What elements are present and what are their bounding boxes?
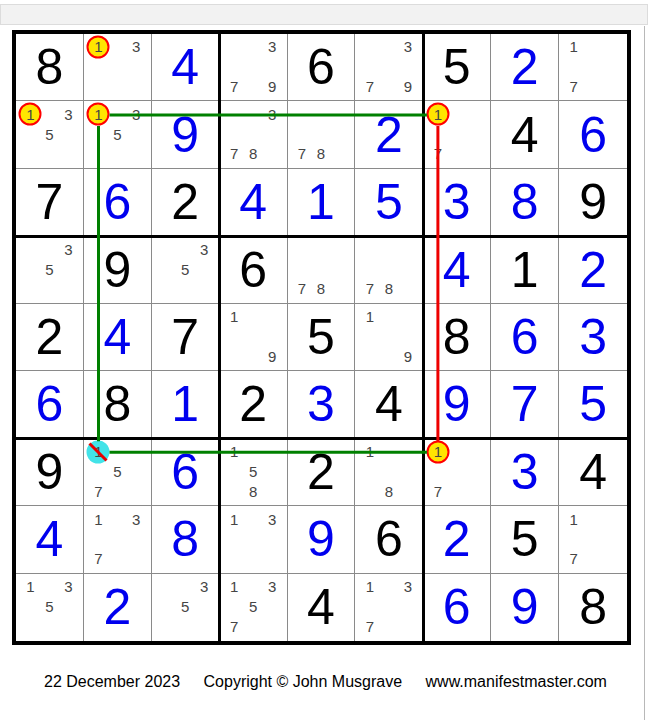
- candidate-slot: [40, 577, 59, 597]
- cell-r9c9[interactable]: 8: [559, 574, 627, 641]
- cell-r6c2[interactable]: 8: [84, 371, 152, 438]
- candidate-slot: [59, 597, 78, 617]
- candidate-digit: 3: [404, 578, 412, 595]
- candidate-slot: [225, 597, 244, 617]
- candidate-slot: [21, 124, 40, 144]
- solved-digit: 9: [171, 110, 199, 160]
- cell-r7c8[interactable]: 3: [491, 439, 559, 506]
- cell-r1c8[interactable]: 2: [491, 34, 559, 101]
- given-digit: 4: [579, 447, 607, 497]
- candidate-slot: 7: [428, 481, 447, 501]
- candidate-slot: 3: [263, 37, 282, 57]
- footer: 22 December 2023 Copyright © John Musgra…: [44, 673, 626, 691]
- candidate-slot: [447, 144, 466, 164]
- candidate-slot: [583, 77, 602, 97]
- candidate-slot: [225, 461, 244, 481]
- cell-r5c6[interactable]: 19: [355, 304, 423, 371]
- candidate-grid: 19: [355, 304, 422, 370]
- candidate-slot: [263, 481, 282, 501]
- candidate-slot: [398, 327, 417, 347]
- solved-digit: 6: [579, 110, 607, 160]
- cell-r9c6[interactable]: 137: [355, 574, 423, 641]
- cell-r3c3[interactable]: 2: [152, 169, 220, 236]
- candidate-slot: [225, 57, 244, 77]
- solved-digit: 5: [579, 379, 607, 429]
- solved-digit: 7: [511, 379, 539, 429]
- candidate-slot: 8: [312, 144, 331, 164]
- candidate-slot: 9: [398, 77, 417, 97]
- cell-r4c1[interactable]: 35: [16, 236, 84, 303]
- cell-r7c1[interactable]: 9: [16, 439, 84, 506]
- cell-r4c7[interactable]: 4: [423, 236, 491, 303]
- candidate-slot: [157, 259, 176, 279]
- cell-r1c7[interactable]: 5: [423, 34, 491, 101]
- candidate-slot: [379, 597, 398, 617]
- candidate-slot: 7: [225, 77, 244, 97]
- candidate-digit: 1: [94, 38, 102, 55]
- candidate-slot: [603, 549, 622, 569]
- cell-r5c3[interactable]: 7: [152, 304, 220, 371]
- candidate-slot: [244, 509, 263, 529]
- candidate-slot: [398, 57, 417, 77]
- candidate-slot: [244, 37, 263, 57]
- cell-r5c7[interactable]: 8: [423, 304, 491, 371]
- cell-r4c6[interactable]: 78: [355, 236, 423, 303]
- candidate-slot: [398, 279, 417, 299]
- cell-r8c5[interactable]: 9: [288, 506, 356, 573]
- solved-digit: 2: [579, 245, 607, 295]
- candidate-slot: 3: [127, 37, 146, 57]
- cell-r6c8[interactable]: 7: [491, 371, 559, 438]
- cell-r9c4[interactable]: 1357: [220, 574, 288, 641]
- candidate-slot: [466, 124, 485, 144]
- candidate-grid: 78: [355, 236, 422, 302]
- candidate-digit: 7: [230, 618, 238, 635]
- candidate-digit: 5: [181, 261, 189, 278]
- solved-digit: 9: [443, 379, 471, 429]
- candidate-slot: [176, 279, 195, 299]
- candidate-slot: [89, 144, 108, 164]
- given-digit: 7: [171, 312, 199, 362]
- candidate-slot: [108, 481, 127, 501]
- candidate-slot: [263, 529, 282, 549]
- cell-r2c3[interactable]: 9: [152, 101, 220, 168]
- candidate-slot: [379, 617, 398, 637]
- candidate-slot: [360, 37, 379, 57]
- cell-r1c4[interactable]: 379: [220, 34, 288, 101]
- candidate-slot: [379, 57, 398, 77]
- given-digit: 8: [103, 379, 131, 429]
- candidate-slot: [157, 617, 176, 637]
- cell-r6c6[interactable]: 4: [355, 371, 423, 438]
- candidate-digit: 3: [404, 38, 412, 55]
- given-digit: 2: [239, 379, 267, 429]
- cell-r2c1[interactable]: 135: [16, 101, 84, 168]
- solved-digit: 4: [171, 42, 199, 92]
- candidate-grid: 1357: [220, 574, 287, 641]
- candidate-slot: 7: [564, 77, 583, 97]
- candidate-slot: [360, 57, 379, 77]
- candidate-slot: [263, 442, 282, 462]
- candidate-slot: [127, 144, 146, 164]
- candidate-slot: [59, 279, 78, 299]
- cell-r2c6[interactable]: 2: [355, 101, 423, 168]
- candidate-slot: [263, 549, 282, 569]
- cell-r6c7[interactable]: 9: [423, 371, 491, 438]
- candidate-digit: 3: [200, 578, 208, 595]
- candidate-slot: 8: [244, 144, 263, 164]
- candidate-slot: [379, 577, 398, 597]
- candidate-slot: [360, 327, 379, 347]
- footer-date: 22 December 2023: [44, 673, 180, 690]
- candidate-grid: 17: [559, 506, 627, 572]
- candidate-slot: [89, 529, 108, 549]
- candidate-grid: 78: [288, 101, 355, 167]
- candidate-slot: [398, 442, 417, 462]
- candidate-slot: 3: [195, 577, 214, 597]
- cell-r1c6[interactable]: 379: [355, 34, 423, 101]
- candidate-slot: 3: [263, 104, 282, 124]
- candidate-slot: [603, 529, 622, 549]
- candidate-slot: [293, 124, 312, 144]
- candidate-slot: 3: [398, 577, 417, 597]
- candidate-slot: 1: [21, 577, 40, 597]
- candidate-digit: 1: [366, 578, 374, 595]
- candidate-slot: [40, 279, 59, 299]
- candidate-slot: [583, 57, 602, 77]
- candidate-slot: 1: [564, 37, 583, 57]
- candidate-slot: [108, 57, 127, 77]
- candidate-slot: [379, 461, 398, 481]
- candidate-slot: [225, 37, 244, 57]
- candidate-slot: 8: [379, 481, 398, 501]
- cell-r5c9[interactable]: 3: [559, 304, 627, 371]
- given-digit: 9: [36, 447, 64, 497]
- cell-r2c2[interactable]: 135: [84, 101, 152, 168]
- candidate-slot: [157, 239, 176, 259]
- candidate-digit: 8: [385, 280, 393, 297]
- candidate-grid: 18: [355, 439, 422, 505]
- sudoku-grid[interactable]: 8134379637952171351359378782174676241538…: [12, 30, 631, 645]
- cell-r8c4[interactable]: 13: [220, 506, 288, 573]
- candidate-slot: [21, 259, 40, 279]
- candidate-grid: 17: [423, 101, 490, 167]
- cell-r6c3[interactable]: 1: [152, 371, 220, 438]
- candidate-digit: 5: [249, 463, 257, 480]
- solved-digit: 6: [36, 379, 64, 429]
- cell-r7c6[interactable]: 18: [355, 439, 423, 506]
- candidate-slot: [330, 144, 349, 164]
- cell-r3c9[interactable]: 9: [559, 169, 627, 236]
- candidate-slot: 5: [40, 259, 59, 279]
- candidate-slot: [40, 144, 59, 164]
- candidate-slot: [108, 442, 127, 462]
- cell-r1c5[interactable]: 6: [288, 34, 356, 101]
- candidate-slot: [379, 327, 398, 347]
- candidate-slot: 3: [59, 239, 78, 259]
- candidate-slot: [583, 529, 602, 549]
- candidate-digit: 7: [434, 483, 442, 500]
- candidate-slot: 8: [312, 279, 331, 299]
- cell-r6c4[interactable]: 2: [220, 371, 288, 438]
- cell-r2c8[interactable]: 4: [491, 101, 559, 168]
- candidate-slot: [583, 549, 602, 569]
- candidate-grid: 158: [220, 439, 287, 505]
- candidate-slot: [195, 617, 214, 637]
- cell-r4c3[interactable]: 35: [152, 236, 220, 303]
- candidate-slot: 1: [89, 37, 108, 57]
- solved-digit: 2: [443, 514, 471, 564]
- cell-r8c2[interactable]: 137: [84, 506, 152, 573]
- candidate-slot: [244, 577, 263, 597]
- candidate-digit: 8: [317, 280, 325, 297]
- cell-r5c1[interactable]: 2: [16, 304, 84, 371]
- candidate-slot: [360, 481, 379, 501]
- cell-r2c9[interactable]: 6: [559, 101, 627, 168]
- candidate-digit: 8: [249, 145, 257, 162]
- cell-r4c4[interactable]: 6: [220, 236, 288, 303]
- candidate-grid: 78: [288, 236, 355, 302]
- candidate-digit: 9: [268, 348, 276, 365]
- candidate-slot: 9: [263, 346, 282, 366]
- solved-digit: 3: [579, 312, 607, 362]
- solved-digit: 2: [375, 110, 403, 160]
- cell-r7c3[interactable]: 6: [152, 439, 220, 506]
- candidate-slot: [398, 481, 417, 501]
- cell-r3c2[interactable]: 6: [84, 169, 152, 236]
- candidate-digit: 3: [268, 511, 276, 528]
- candidate-slot: [263, 461, 282, 481]
- cell-r6c5[interactable]: 3: [288, 371, 356, 438]
- candidate-slot: 3: [59, 104, 78, 124]
- candidate-slot: 5: [244, 461, 263, 481]
- cell-r1c9[interactable]: 17: [559, 34, 627, 101]
- cell-r8c9[interactable]: 17: [559, 506, 627, 573]
- cell-r8c1[interactable]: 4: [16, 506, 84, 573]
- candidate-digit: 3: [132, 106, 140, 123]
- candidate-digit: 3: [64, 106, 72, 123]
- cell-r8c7[interactable]: 2: [423, 506, 491, 573]
- candidate-slot: [583, 37, 602, 57]
- candidate-slot: [447, 481, 466, 501]
- cell-r3c8[interactable]: 8: [491, 169, 559, 236]
- candidate-slot: [108, 549, 127, 569]
- candidate-slot: [330, 239, 349, 259]
- candidate-grid: 137: [355, 574, 422, 641]
- cell-r4c8[interactable]: 1: [491, 236, 559, 303]
- candidate-slot: [127, 124, 146, 144]
- candidate-digit: 7: [570, 78, 578, 95]
- solved-digit: 1: [171, 379, 199, 429]
- candidate-slot: [40, 104, 59, 124]
- candidate-slot: [244, 307, 263, 327]
- candidate-slot: [127, 481, 146, 501]
- cell-r8c3[interactable]: 8: [152, 506, 220, 573]
- candidate-slot: [195, 279, 214, 299]
- cell-r7c5[interactable]: 2: [288, 439, 356, 506]
- cell-r3c4[interactable]: 4: [220, 169, 288, 236]
- cell-r5c8[interactable]: 6: [491, 304, 559, 371]
- candidate-digit: 7: [570, 550, 578, 567]
- cell-r5c2[interactable]: 4: [84, 304, 152, 371]
- candidate-slot: [312, 104, 331, 124]
- candidate-slot: 3: [195, 239, 214, 259]
- cell-r7c9[interactable]: 4: [559, 439, 627, 506]
- candidate-digit: 1: [570, 38, 578, 55]
- candidate-slot: [466, 104, 485, 124]
- cell-r7c2[interactable]: 157: [84, 439, 152, 506]
- candidate-digit: 5: [45, 261, 53, 278]
- candidate-slot: [195, 259, 214, 279]
- solved-digit: 4: [239, 177, 267, 227]
- candidate-slot: [428, 461, 447, 481]
- candidate-digit: 5: [45, 598, 53, 615]
- candidate-slot: [360, 259, 379, 279]
- candidate-slot: 5: [108, 461, 127, 481]
- cell-r9c7[interactable]: 6: [423, 574, 491, 641]
- candidate-digit: 1: [230, 443, 238, 460]
- candidate-slot: [127, 77, 146, 97]
- candidate-slot: [176, 577, 195, 597]
- candidate-slot: [330, 279, 349, 299]
- cell-r8c8[interactable]: 5: [491, 506, 559, 573]
- solved-digit: 4: [443, 245, 471, 295]
- candidate-digit: 7: [366, 280, 374, 297]
- candidate-slot: [21, 239, 40, 259]
- cell-r1c3[interactable]: 4: [152, 34, 220, 101]
- candidate-slot: [244, 529, 263, 549]
- cell-r6c1[interactable]: 6: [16, 371, 84, 438]
- cell-r3c5[interactable]: 1: [288, 169, 356, 236]
- candidate-slot: [225, 549, 244, 569]
- candidate-slot: [263, 597, 282, 617]
- cell-r4c2[interactable]: 9: [84, 236, 152, 303]
- candidate-slot: 7: [360, 279, 379, 299]
- cell-r9c5[interactable]: 4: [288, 574, 356, 641]
- candidate-digit: 5: [113, 126, 121, 143]
- cell-r2c4[interactable]: 378: [220, 101, 288, 168]
- cell-r1c1[interactable]: 8: [16, 34, 84, 101]
- candidate-slot: 1: [225, 509, 244, 529]
- cell-r2c5[interactable]: 78: [288, 101, 356, 168]
- candidate-slot: [398, 307, 417, 327]
- candidate-grid: 13: [84, 34, 151, 100]
- candidate-grid: 157: [84, 439, 151, 505]
- candidate-slot: [447, 442, 466, 462]
- candidate-grid: 137: [84, 506, 151, 572]
- candidate-slot: 1: [428, 104, 447, 124]
- cell-r2c7[interactable]: 17: [423, 101, 491, 168]
- candidate-slot: [447, 461, 466, 481]
- cell-r8c6[interactable]: 6: [355, 506, 423, 573]
- candidate-slot: 7: [225, 144, 244, 164]
- candidate-slot: 1: [225, 307, 244, 327]
- candidate-slot: [379, 239, 398, 259]
- candidate-digit: 7: [298, 145, 306, 162]
- candidate-slot: [428, 124, 447, 144]
- cell-r7c7[interactable]: 17: [423, 439, 491, 506]
- candidate-slot: [466, 144, 485, 164]
- candidate-digit: 5: [249, 598, 257, 615]
- candidate-slot: 1: [564, 509, 583, 529]
- candidate-slot: 7: [89, 481, 108, 501]
- candidate-slot: [360, 597, 379, 617]
- candidate-slot: 1: [89, 442, 108, 462]
- candidate-slot: [379, 259, 398, 279]
- candidate-slot: [59, 144, 78, 164]
- candidate-grid: 35: [16, 236, 83, 302]
- given-digit: 6: [375, 514, 403, 564]
- solved-digit: 8: [171, 514, 199, 564]
- candidate-slot: 7: [360, 77, 379, 97]
- solved-digit: 9: [511, 582, 539, 632]
- candidate-digit: 8: [317, 145, 325, 162]
- top-band: [0, 4, 648, 25]
- candidate-digit: 9: [268, 78, 276, 95]
- cell-r9c3[interactable]: 35: [152, 574, 220, 641]
- cell-r9c8[interactable]: 9: [491, 574, 559, 641]
- candidate-digit: 9: [404, 78, 412, 95]
- candidate-slot: 8: [379, 279, 398, 299]
- cell-r5c5[interactable]: 5: [288, 304, 356, 371]
- cell-r4c5[interactable]: 78: [288, 236, 356, 303]
- candidate-slot: [225, 104, 244, 124]
- candidate-digit: 5: [113, 463, 121, 480]
- candidate-digit: 7: [230, 145, 238, 162]
- candidate-digit: 3: [132, 511, 140, 528]
- candidate-slot: [89, 124, 108, 144]
- cell-r5c4[interactable]: 19: [220, 304, 288, 371]
- cell-r7c4[interactable]: 158: [220, 439, 288, 506]
- candidate-slot: [89, 461, 108, 481]
- candidate-slot: [263, 617, 282, 637]
- candidate-grid: 379: [355, 34, 422, 100]
- candidate-slot: [157, 279, 176, 299]
- candidate-slot: [225, 124, 244, 144]
- cell-r4c9[interactable]: 2: [559, 236, 627, 303]
- candidate-slot: [244, 442, 263, 462]
- solved-digit: 3: [443, 177, 471, 227]
- window-edge: [644, 26, 645, 720]
- candidate-slot: [244, 77, 263, 97]
- candidate-slot: [108, 37, 127, 57]
- cell-r3c1[interactable]: 7: [16, 169, 84, 236]
- solved-digit: 6: [103, 177, 131, 227]
- cell-r1c2[interactable]: 13: [84, 34, 152, 101]
- candidate-slot: [21, 617, 40, 637]
- candidate-slot: [379, 346, 398, 366]
- given-digit: 8: [579, 582, 607, 632]
- candidate-slot: 1: [360, 307, 379, 327]
- candidate-slot: [263, 57, 282, 77]
- candidate-slot: 1: [225, 577, 244, 597]
- candidate-slot: [564, 529, 583, 549]
- cell-r9c1[interactable]: 135: [16, 574, 84, 641]
- given-digit: 2: [171, 177, 199, 227]
- cell-r9c2[interactable]: 2: [84, 574, 152, 641]
- cell-r3c6[interactable]: 5: [355, 169, 423, 236]
- given-digit: 4: [511, 110, 539, 160]
- candidate-slot: [312, 259, 331, 279]
- cell-r3c7[interactable]: 3: [423, 169, 491, 236]
- candidate-digit: 1: [94, 106, 102, 123]
- solved-digit: 8: [511, 177, 539, 227]
- given-digit: 9: [103, 245, 131, 295]
- cell-r6c9[interactable]: 5: [559, 371, 627, 438]
- candidate-slot: [59, 259, 78, 279]
- candidate-slot: [244, 124, 263, 144]
- candidate-slot: 5: [244, 597, 263, 617]
